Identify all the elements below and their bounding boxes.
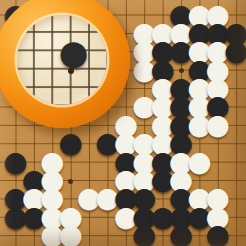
magnifier-lens: ● [17,15,107,105]
board-cell[interactable]: ● [209,117,227,135]
magnifier-lens-black-stone-icon: ● [59,40,83,64]
board-cell[interactable] [6,117,24,135]
board-cell[interactable]: ● [135,227,153,245]
board-cell[interactable]: ● [61,227,79,245]
black-stone-icon: ● [169,221,193,246]
black-stone-icon: ● [206,221,230,246]
board-cell[interactable]: ● [172,227,190,245]
white-stone-icon: ● [58,221,82,246]
board-cell[interactable] [227,153,245,171]
go-board-app-icon: ●●●●●●●●●●●●●●●●●●●●●●●●●●●●●●●●●●●●●●●●… [0,0,246,246]
black-stone-icon: ● [132,221,156,246]
white-stone-icon: ● [206,111,230,139]
board-cell[interactable]: ● [209,227,227,245]
